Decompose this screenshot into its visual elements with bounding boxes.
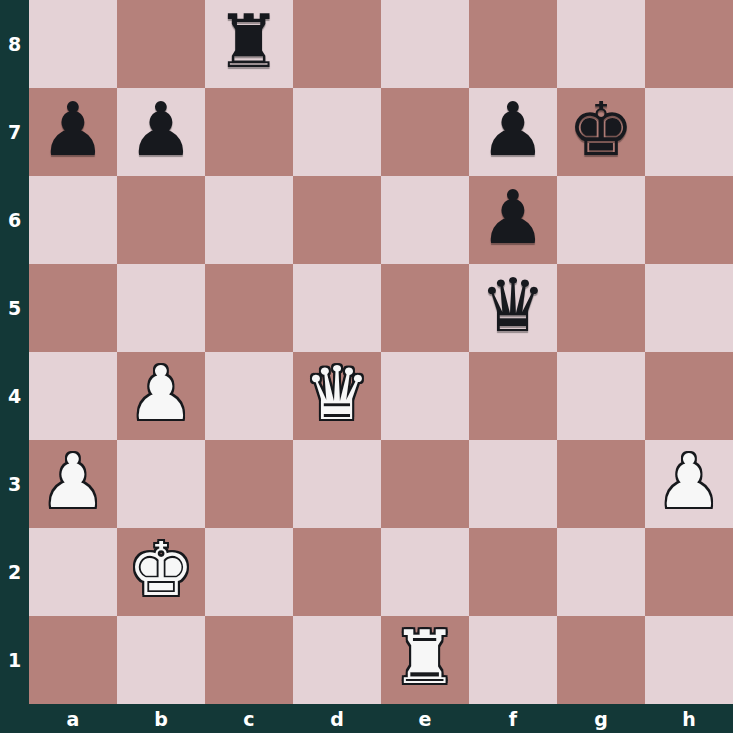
piece-black-pawn-b7[interactable]: ♟: [128, 92, 194, 166]
rank-label-8: 8: [0, 0, 29, 88]
file-label-g: g: [557, 704, 645, 733]
square-c2[interactable]: [205, 528, 293, 616]
square-h5[interactable]: [645, 264, 733, 352]
square-c6[interactable]: [205, 176, 293, 264]
square-f2[interactable]: [469, 528, 557, 616]
square-g7[interactable]: ♚: [557, 88, 645, 176]
rank-label-4: 4: [0, 352, 29, 440]
square-e7[interactable]: [381, 88, 469, 176]
piece-black-king-g7[interactable]: ♚: [568, 92, 634, 166]
square-a6[interactable]: [29, 176, 117, 264]
square-f6[interactable]: ♟: [469, 176, 557, 264]
file-label-b: b: [117, 704, 205, 733]
square-c4[interactable]: [205, 352, 293, 440]
square-a2[interactable]: [29, 528, 117, 616]
piece-black-pawn-a7[interactable]: ♟: [40, 92, 106, 166]
square-g5[interactable]: [557, 264, 645, 352]
piece-white-pawn-b4[interactable]: ♟: [128, 356, 194, 430]
square-e2[interactable]: [381, 528, 469, 616]
square-d7[interactable]: [293, 88, 381, 176]
file-label-a: a: [29, 704, 117, 733]
square-b8[interactable]: [117, 0, 205, 88]
chess-board-frame: 87654321 ♜♟♟♟♚♟♛♟♛♟♟♚♜ abcdefgh: [0, 0, 733, 733]
rank-labels: 87654321: [0, 0, 29, 704]
square-b3[interactable]: [117, 440, 205, 528]
piece-white-pawn-h3[interactable]: ♟: [656, 444, 722, 518]
piece-black-queen-f5[interactable]: ♛: [480, 268, 546, 342]
square-h3[interactable]: ♟: [645, 440, 733, 528]
square-f4[interactable]: [469, 352, 557, 440]
square-a7[interactable]: ♟: [29, 88, 117, 176]
square-g1[interactable]: [557, 616, 645, 704]
square-b4[interactable]: ♟: [117, 352, 205, 440]
file-label-e: e: [381, 704, 469, 733]
square-c3[interactable]: [205, 440, 293, 528]
square-g6[interactable]: [557, 176, 645, 264]
piece-white-pawn-a3[interactable]: ♟: [40, 444, 106, 518]
piece-white-rook-e1[interactable]: ♜: [392, 620, 458, 694]
square-e3[interactable]: [381, 440, 469, 528]
square-d6[interactable]: [293, 176, 381, 264]
square-f1[interactable]: [469, 616, 557, 704]
square-b2[interactable]: ♚: [117, 528, 205, 616]
square-e4[interactable]: [381, 352, 469, 440]
square-b1[interactable]: [117, 616, 205, 704]
square-g2[interactable]: [557, 528, 645, 616]
board-corner: [0, 704, 29, 733]
square-f8[interactable]: [469, 0, 557, 88]
square-f5[interactable]: ♛: [469, 264, 557, 352]
file-labels: abcdefgh: [29, 704, 733, 733]
square-g4[interactable]: [557, 352, 645, 440]
square-a1[interactable]: [29, 616, 117, 704]
file-label-d: d: [293, 704, 381, 733]
square-d3[interactable]: [293, 440, 381, 528]
square-d5[interactable]: [293, 264, 381, 352]
square-a4[interactable]: [29, 352, 117, 440]
square-c5[interactable]: [205, 264, 293, 352]
square-h4[interactable]: [645, 352, 733, 440]
square-h1[interactable]: [645, 616, 733, 704]
rank-label-2: 2: [0, 528, 29, 616]
piece-black-pawn-f6[interactable]: ♟: [480, 180, 546, 254]
rank-label-5: 5: [0, 264, 29, 352]
file-label-f: f: [469, 704, 557, 733]
square-d4[interactable]: ♛: [293, 352, 381, 440]
square-d1[interactable]: [293, 616, 381, 704]
rank-label-1: 1: [0, 616, 29, 704]
square-c7[interactable]: [205, 88, 293, 176]
square-b6[interactable]: [117, 176, 205, 264]
rank-label-7: 7: [0, 88, 29, 176]
square-b5[interactable]: [117, 264, 205, 352]
square-d2[interactable]: [293, 528, 381, 616]
square-d8[interactable]: [293, 0, 381, 88]
square-f3[interactable]: [469, 440, 557, 528]
square-h6[interactable]: [645, 176, 733, 264]
piece-white-king-b2[interactable]: ♚: [128, 532, 194, 606]
file-label-h: h: [645, 704, 733, 733]
square-h2[interactable]: [645, 528, 733, 616]
rank-label-6: 6: [0, 176, 29, 264]
chess-board[interactable]: ♜♟♟♟♚♟♛♟♛♟♟♚♜: [29, 0, 733, 704]
square-c8[interactable]: ♜: [205, 0, 293, 88]
square-c1[interactable]: [205, 616, 293, 704]
square-h7[interactable]: [645, 88, 733, 176]
square-e6[interactable]: [381, 176, 469, 264]
square-e1[interactable]: ♜: [381, 616, 469, 704]
square-e5[interactable]: [381, 264, 469, 352]
square-h8[interactable]: [645, 0, 733, 88]
square-a8[interactable]: [29, 0, 117, 88]
square-f7[interactable]: ♟: [469, 88, 557, 176]
square-b7[interactable]: ♟: [117, 88, 205, 176]
piece-black-pawn-f7[interactable]: ♟: [480, 92, 546, 166]
square-g3[interactable]: [557, 440, 645, 528]
square-g8[interactable]: [557, 0, 645, 88]
file-label-c: c: [205, 704, 293, 733]
piece-black-rook-c8[interactable]: ♜: [216, 4, 282, 78]
square-a3[interactable]: ♟: [29, 440, 117, 528]
rank-label-3: 3: [0, 440, 29, 528]
square-a5[interactable]: [29, 264, 117, 352]
piece-white-queen-d4[interactable]: ♛: [304, 356, 370, 430]
square-e8[interactable]: [381, 0, 469, 88]
